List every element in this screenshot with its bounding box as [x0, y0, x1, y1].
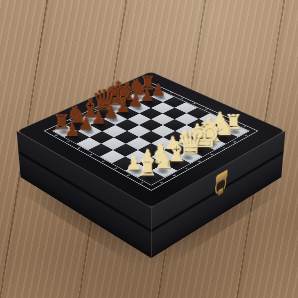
piece-white-rook: ♜ [138, 157, 157, 180]
photo-stage: 87654321 87654321 hgfedcba hgfedcba ♜♟♟♜… [0, 0, 298, 298]
scene-3d: 87654321 87654321 hgfedcba hgfedcba ♜♟♟♜… [0, 0, 298, 298]
chess-box: 87654321 87654321 hgfedcba hgfedcba ♜♟♟♜… [17, 72, 286, 209]
piece-black-pawn: ♟ [64, 122, 82, 139]
